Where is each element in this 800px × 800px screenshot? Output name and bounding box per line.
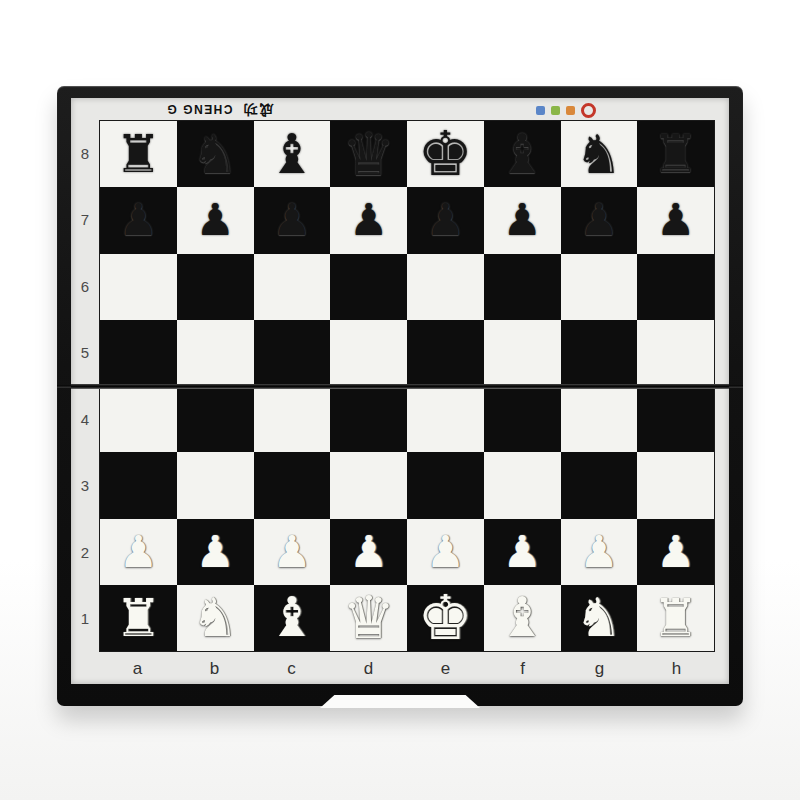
piece-black-knight[interactable]: ♞ xyxy=(575,128,623,181)
square-d6[interactable] xyxy=(330,254,407,320)
file-label-h: h xyxy=(638,654,715,684)
piece-white-pawn[interactable]: ♟ xyxy=(119,530,158,574)
piece-white-knight[interactable]: ♞ xyxy=(191,591,239,644)
square-g6[interactable] xyxy=(561,254,638,320)
piece-black-rook[interactable]: ♜ xyxy=(652,128,699,180)
square-b6[interactable] xyxy=(177,254,254,320)
square-e5[interactable] xyxy=(407,320,484,386)
piece-white-pawn[interactable]: ♟ xyxy=(272,530,311,574)
square-e1[interactable]: ♚ xyxy=(407,585,484,651)
square-a4[interactable] xyxy=(100,386,177,452)
square-b5[interactable] xyxy=(177,320,254,386)
square-f3[interactable] xyxy=(484,452,561,518)
logo-strip xyxy=(536,103,596,117)
square-d7[interactable]: ♟ xyxy=(330,187,407,253)
square-h4[interactable] xyxy=(637,386,714,452)
square-c4[interactable] xyxy=(254,386,331,452)
piece-white-knight[interactable]: ♞ xyxy=(575,591,623,644)
piece-white-queen[interactable]: ♛ xyxy=(342,588,395,647)
square-g7[interactable]: ♟ xyxy=(561,187,638,253)
square-g8[interactable]: ♞ xyxy=(561,121,638,187)
piece-white-pawn[interactable]: ♟ xyxy=(579,530,618,574)
square-e7[interactable]: ♟ xyxy=(407,187,484,253)
square-c3[interactable] xyxy=(254,452,331,518)
square-e2[interactable]: ♟ xyxy=(407,519,484,585)
square-g4[interactable] xyxy=(561,386,638,452)
board-frame: 成功 CHENG G 87654321 abcdefgh ♜♞♝♛♚♝♞♜♟♟♟… xyxy=(57,86,743,706)
square-d1[interactable]: ♛ xyxy=(330,585,407,651)
piece-white-pawn[interactable]: ♟ xyxy=(349,530,388,574)
blue-mark-icon xyxy=(536,106,545,115)
square-h8[interactable]: ♜ xyxy=(637,121,714,187)
file-label-f: f xyxy=(484,654,561,684)
piece-black-pawn[interactable]: ♟ xyxy=(426,198,465,242)
rank-label-7: 7 xyxy=(71,187,99,254)
piece-black-bishop[interactable]: ♝ xyxy=(267,127,316,182)
square-c1[interactable]: ♝ xyxy=(254,585,331,651)
square-d5[interactable] xyxy=(330,320,407,386)
file-labels: abcdefgh xyxy=(99,654,715,684)
square-a6[interactable] xyxy=(100,254,177,320)
orange-mark-icon xyxy=(566,106,575,115)
square-h6[interactable] xyxy=(637,254,714,320)
square-a3[interactable] xyxy=(100,452,177,518)
board-panel: 成功 CHENG G 87654321 abcdefgh ♜♞♝♛♚♝♞♜♟♟♟… xyxy=(71,98,729,684)
piece-black-queen[interactable]: ♛ xyxy=(342,125,395,184)
file-label-e: e xyxy=(407,654,484,684)
square-g2[interactable]: ♟ xyxy=(561,519,638,585)
piece-white-king[interactable]: ♚ xyxy=(418,587,474,649)
square-h2[interactable]: ♟ xyxy=(637,519,714,585)
clasp-notch xyxy=(320,695,480,708)
square-f8[interactable]: ♝ xyxy=(484,121,561,187)
square-c8[interactable]: ♝ xyxy=(254,121,331,187)
piece-white-pawn[interactable]: ♟ xyxy=(656,530,695,574)
square-f1[interactable]: ♝ xyxy=(484,585,561,651)
rank-label-4: 4 xyxy=(71,386,99,453)
file-label-a: a xyxy=(99,654,176,684)
file-label-c: c xyxy=(253,654,330,684)
square-b2[interactable]: ♟ xyxy=(177,519,254,585)
rank-label-3: 3 xyxy=(71,453,99,520)
red-ring-icon xyxy=(581,103,596,118)
square-b8[interactable]: ♞ xyxy=(177,121,254,187)
piece-black-pawn[interactable]: ♟ xyxy=(349,198,388,242)
square-d8[interactable]: ♛ xyxy=(330,121,407,187)
brand-latin-text: CHENG G xyxy=(166,102,233,116)
square-a1[interactable]: ♜ xyxy=(100,585,177,651)
file-label-b: b xyxy=(176,654,253,684)
square-h3[interactable] xyxy=(637,452,714,518)
square-f6[interactable] xyxy=(484,254,561,320)
square-g3[interactable] xyxy=(561,452,638,518)
piece-black-pawn[interactable]: ♟ xyxy=(579,198,618,242)
square-c6[interactable] xyxy=(254,254,331,320)
piece-black-rook[interactable]: ♜ xyxy=(115,128,162,180)
piece-white-bishop[interactable]: ♝ xyxy=(497,590,546,645)
rank-label-1: 1 xyxy=(71,586,99,653)
piece-black-pawn[interactable]: ♟ xyxy=(502,198,541,242)
square-f5[interactable] xyxy=(484,320,561,386)
square-e8[interactable]: ♚ xyxy=(407,121,484,187)
square-e4[interactable] xyxy=(407,386,484,452)
piece-white-rook[interactable]: ♜ xyxy=(652,592,699,644)
piece-black-pawn[interactable]: ♟ xyxy=(272,198,311,242)
piece-white-rook[interactable]: ♜ xyxy=(115,592,162,644)
square-f7[interactable]: ♟ xyxy=(484,187,561,253)
square-f2[interactable]: ♟ xyxy=(484,519,561,585)
square-b7[interactable]: ♟ xyxy=(177,187,254,253)
square-a2[interactable]: ♟ xyxy=(100,519,177,585)
square-b1[interactable]: ♞ xyxy=(177,585,254,651)
square-g5[interactable] xyxy=(561,320,638,386)
piece-white-pawn[interactable]: ♟ xyxy=(502,530,541,574)
brand-label: 成功 CHENG G xyxy=(166,99,274,119)
square-c2[interactable]: ♟ xyxy=(254,519,331,585)
piece-white-bishop[interactable]: ♝ xyxy=(267,590,316,645)
piece-white-pawn[interactable]: ♟ xyxy=(426,530,465,574)
rank-label-8: 8 xyxy=(71,120,99,187)
square-g1[interactable]: ♞ xyxy=(561,585,638,651)
square-a7[interactable]: ♟ xyxy=(100,187,177,253)
square-e3[interactable] xyxy=(407,452,484,518)
square-d2[interactable]: ♟ xyxy=(330,519,407,585)
brand-cjk-text: 成功 xyxy=(242,100,274,118)
rank-label-5: 5 xyxy=(71,320,99,387)
square-c5[interactable] xyxy=(254,320,331,386)
square-e6[interactable] xyxy=(407,254,484,320)
chess-set-photo: 成功 CHENG G 87654321 abcdefgh ♜♞♝♛♚♝♞♜♟♟♟… xyxy=(0,0,800,800)
file-label-g: g xyxy=(561,654,638,684)
square-b3[interactable] xyxy=(177,452,254,518)
rank-label-6: 6 xyxy=(71,253,99,320)
piece-black-knight[interactable]: ♞ xyxy=(191,128,239,181)
square-b4[interactable] xyxy=(177,386,254,452)
piece-black-bishop[interactable]: ♝ xyxy=(497,127,546,182)
square-h7[interactable]: ♟ xyxy=(637,187,714,253)
board-fold-line xyxy=(71,384,729,389)
piece-black-pawn[interactable]: ♟ xyxy=(195,198,234,242)
piece-black-king[interactable]: ♚ xyxy=(418,123,474,185)
square-a5[interactable] xyxy=(100,320,177,386)
green-mark-icon xyxy=(551,106,560,115)
square-h1[interactable]: ♜ xyxy=(637,585,714,651)
rank-label-2: 2 xyxy=(71,519,99,586)
square-h5[interactable] xyxy=(637,320,714,386)
piece-black-pawn[interactable]: ♟ xyxy=(656,198,695,242)
square-c7[interactable]: ♟ xyxy=(254,187,331,253)
piece-white-pawn[interactable]: ♟ xyxy=(195,530,234,574)
square-d3[interactable] xyxy=(330,452,407,518)
piece-black-pawn[interactable]: ♟ xyxy=(119,198,158,242)
square-f4[interactable] xyxy=(484,386,561,452)
square-a8[interactable]: ♜ xyxy=(100,121,177,187)
file-label-d: d xyxy=(330,654,407,684)
square-d4[interactable] xyxy=(330,386,407,452)
